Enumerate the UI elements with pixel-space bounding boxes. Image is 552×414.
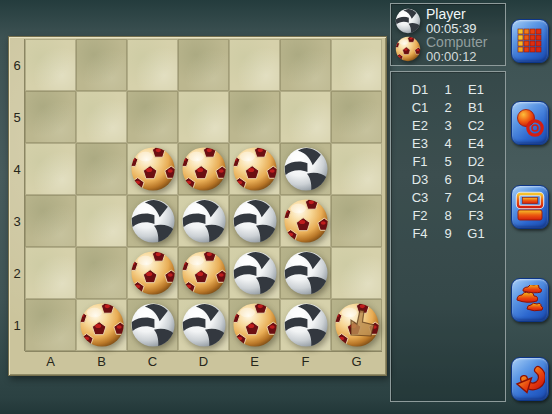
grid-icon [516, 27, 544, 55]
volleyball-piece [232, 250, 278, 296]
cell-B1[interactable] [76, 299, 127, 351]
cell-D3[interactable] [178, 195, 229, 247]
move-row-1: D1 1 E1 [391, 80, 505, 98]
player-move: D3 [403, 172, 437, 187]
player-move: C1 [403, 100, 437, 115]
move-row-3: E2 3 C2 [391, 116, 505, 134]
move-row-4: E3 4 E4 [391, 134, 505, 152]
cell-G3[interactable] [331, 195, 382, 247]
volleyball-piece [283, 250, 329, 296]
cell-E6[interactable] [229, 39, 280, 91]
cell-B5[interactable] [76, 91, 127, 143]
col-label-D: D [178, 351, 229, 370]
row-label-2: 2 [10, 247, 25, 299]
board-grid: 654 [10, 39, 382, 370]
move-number: 1 [437, 82, 459, 97]
cell-G4[interactable] [331, 143, 382, 195]
move-row-9: F4 9 G1 [391, 224, 505, 242]
row-label-6: 6 [10, 39, 25, 91]
player-row: Player 00:05:39 [395, 7, 501, 35]
cell-C6[interactable] [127, 39, 178, 91]
computer-move: C4 [459, 190, 493, 205]
board-corner [10, 351, 25, 370]
move-row-8: F2 8 F3 [391, 206, 505, 224]
row-label-5: 5 [10, 91, 25, 143]
cell-A4[interactable] [25, 143, 76, 195]
volleyball-piece [283, 146, 329, 192]
move-list: D1 1 E1 C1 2 B1 E2 3 C2 E3 4 E4 F1 5 D2 … [390, 71, 506, 402]
players-panel: Player 00:05:39 Computer 00:00:12 [390, 3, 506, 66]
volleyball-piece [130, 302, 176, 348]
soccer-ball-piece [232, 302, 278, 348]
move-number: 8 [437, 208, 459, 223]
volleyball-piece [181, 198, 227, 244]
cell-B6[interactable] [76, 39, 127, 91]
cell-F2[interactable] [280, 247, 331, 299]
move-number: 4 [437, 136, 459, 151]
computer-row: Computer 00:00:12 [395, 35, 501, 63]
move-number: 3 [437, 118, 459, 133]
undo-arrow-icon [515, 364, 545, 394]
soccer-ball-piece [130, 146, 176, 192]
game-board: 654 [8, 36, 387, 376]
cell-C5[interactable] [127, 91, 178, 143]
cell-D2[interactable] [178, 247, 229, 299]
col-label-F: F [280, 351, 331, 370]
move-number: 7 [437, 190, 459, 205]
computer-move: C2 [459, 118, 493, 133]
cell-F5[interactable] [280, 91, 331, 143]
row-label-1: 1 [10, 299, 25, 351]
col-label-G: G [331, 351, 382, 370]
computer-move: D2 [459, 154, 493, 169]
cell-G5[interactable] [331, 91, 382, 143]
cell-A1[interactable] [25, 299, 76, 351]
cell-G1[interactable] [331, 299, 382, 351]
soccer-ball-piece [79, 302, 125, 348]
move-number: 2 [437, 100, 459, 115]
volleyball-icon [395, 8, 421, 34]
cell-D4[interactable] [178, 143, 229, 195]
cell-A5[interactable] [25, 91, 76, 143]
cell-C2[interactable] [127, 247, 178, 299]
cell-F3[interactable] [280, 195, 331, 247]
cell-C3[interactable] [127, 195, 178, 247]
row-label-3: 3 [10, 195, 25, 247]
move-row-5: F1 5 D2 [391, 152, 505, 170]
soccer-ball-piece [181, 146, 227, 192]
cell-F1[interactable] [280, 299, 331, 351]
cell-E1[interactable] [229, 299, 280, 351]
soccer-ball-piece [232, 146, 278, 192]
cell-D5[interactable] [178, 91, 229, 143]
computer-move: E4 [459, 136, 493, 151]
cell-B4[interactable] [76, 143, 127, 195]
computer-clock: 00:00:12 [426, 50, 487, 64]
cell-C4[interactable] [127, 143, 178, 195]
undo-button[interactable] [511, 357, 549, 401]
soccer-ball-piece [181, 250, 227, 296]
player-name: Player [426, 7, 477, 22]
cell-C1[interactable] [127, 299, 178, 351]
move-number: 6 [437, 172, 459, 187]
player-move: F1 [403, 154, 437, 169]
cell-A2[interactable] [25, 247, 76, 299]
discs-button[interactable] [511, 101, 549, 145]
player-move: F4 [403, 226, 437, 241]
player-move: D1 [403, 82, 437, 97]
computer-move: B1 [459, 100, 493, 115]
discs-icon [515, 108, 545, 138]
volleyball-piece [283, 302, 329, 348]
col-label-C: C [127, 351, 178, 370]
clouds-icon [515, 285, 545, 315]
soccer-ball-piece [130, 250, 176, 296]
cell-E3[interactable] [229, 195, 280, 247]
cell-G2[interactable] [331, 247, 382, 299]
cell-F6[interactable] [280, 39, 331, 91]
app-window: 654 [0, 0, 552, 414]
player-move: F2 [403, 208, 437, 223]
computer-move: E1 [459, 82, 493, 97]
move-row-6: D3 6 D4 [391, 170, 505, 188]
cell-G6[interactable] [331, 39, 382, 91]
computer-move: F3 [459, 208, 493, 223]
grid-board-button[interactable] [511, 19, 549, 63]
row-label-4: 4 [10, 143, 25, 195]
move-number: 5 [437, 154, 459, 169]
player-move: C3 [403, 190, 437, 205]
col-label-E: E [229, 351, 280, 370]
cell-D6[interactable] [178, 39, 229, 91]
move-row-2: C1 2 B1 [391, 98, 505, 116]
cell-E5[interactable] [229, 91, 280, 143]
cell-E4[interactable] [229, 143, 280, 195]
player-move: E3 [403, 136, 437, 151]
cell-F4[interactable] [280, 143, 331, 195]
cell-E2[interactable] [229, 247, 280, 299]
clouds-button[interactable] [511, 278, 549, 322]
cell-D1[interactable] [178, 299, 229, 351]
cell-B3[interactable] [76, 195, 127, 247]
computer-move: D4 [459, 172, 493, 187]
move-number: 9 [437, 226, 459, 241]
volleyball-piece [232, 198, 278, 244]
computer-move: G1 [459, 226, 493, 241]
computer-name: Computer [426, 35, 487, 50]
soccer-ball-icon [395, 36, 421, 62]
cell-B2[interactable] [76, 247, 127, 299]
cell-A3[interactable] [25, 195, 76, 247]
col-label-A: A [25, 351, 76, 370]
move-row-7: C3 7 C4 [391, 188, 505, 206]
window-button[interactable] [511, 185, 549, 229]
player-move: E2 [403, 118, 437, 133]
window-icon [515, 191, 545, 223]
soccer-ball-piece [334, 302, 380, 348]
volleyball-piece [181, 302, 227, 348]
volleyball-piece [130, 198, 176, 244]
cell-A6[interactable] [25, 39, 76, 91]
col-label-B: B [76, 351, 127, 370]
soccer-ball-piece [283, 198, 329, 244]
